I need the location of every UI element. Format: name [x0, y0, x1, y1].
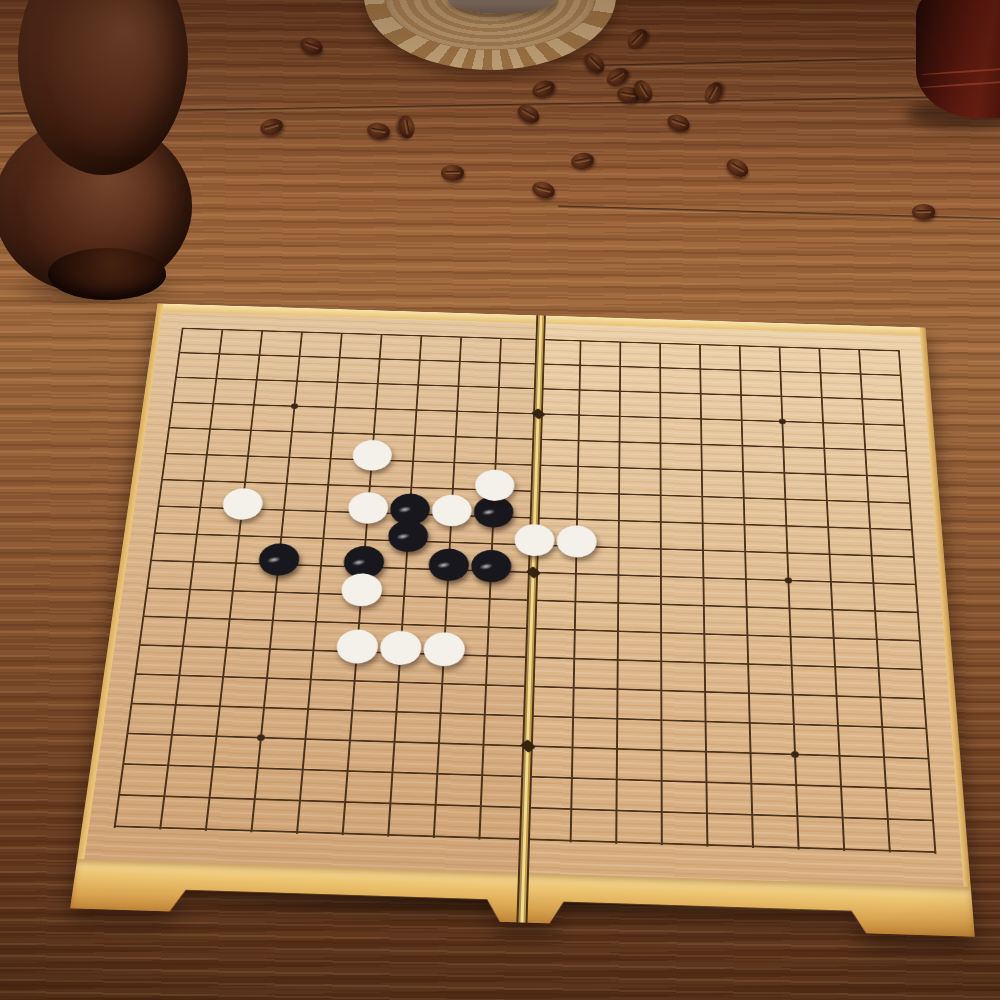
white-stone-glyph: ●: [345, 490, 392, 518]
coffee-bean: [570, 151, 595, 171]
bean-crease: [445, 171, 460, 174]
white-stone[interactable]: ●: [339, 572, 384, 601]
white-stone[interactable]: ●: [422, 631, 467, 661]
white-stone-glyph: ●: [428, 493, 475, 521]
coffee-bean: [258, 116, 284, 137]
star-point: [291, 403, 299, 409]
coffee-bean: [624, 25, 652, 53]
table-scene: ●●●●●●●●●●●●●●●●●●: [0, 0, 1000, 1000]
coffee-bean: [530, 78, 557, 101]
coffee-bean: [701, 79, 726, 107]
coffee-bean: [298, 35, 325, 58]
star-point: [791, 751, 799, 758]
bean-crease: [536, 85, 551, 93]
go-board: ●●●●●●●●●●●●●●●●●●: [84, 311, 964, 886]
coffee-bean: [665, 112, 692, 135]
white-stone-glyph: ●: [338, 572, 386, 601]
bean-crease: [522, 109, 536, 119]
black-stone-glyph: ●: [255, 541, 304, 570]
white-stone[interactable]: ●: [513, 522, 556, 550]
bean-crease: [575, 158, 590, 164]
board-surface: ●●●●●●●●●●●●●●●●●●: [84, 311, 964, 886]
coffee-bean: [366, 121, 391, 141]
bean-crease: [639, 84, 649, 98]
white-stone-glyph: ●: [219, 487, 267, 515]
white-stone-glyph: ●: [376, 629, 425, 659]
bean-crease: [588, 56, 601, 69]
white-stone-glyph: ●: [472, 468, 518, 496]
black-stone[interactable]: ●: [257, 542, 302, 571]
white-stone-glyph: ●: [554, 524, 600, 553]
black-stone-glyph: ●: [425, 547, 472, 576]
coffee-bean: [515, 101, 543, 126]
white-stone[interactable]: ●: [378, 629, 423, 659]
star-point: [785, 577, 793, 583]
bean-crease: [621, 92, 636, 98]
coffee-bean: [530, 179, 556, 200]
coffee-bean: [581, 49, 609, 77]
bean-crease: [708, 86, 718, 100]
star-point: [779, 418, 786, 424]
black-stone[interactable]: ●: [469, 548, 513, 577]
bean-crease: [916, 210, 931, 213]
bean-crease: [304, 42, 319, 50]
black-stone[interactable]: ●: [386, 518, 430, 546]
bean-crease: [371, 128, 386, 134]
bean-crease: [610, 72, 624, 82]
white-stone[interactable]: ●: [346, 491, 390, 519]
star-point: [257, 734, 265, 741]
white-stone-glyph: ●: [511, 522, 557, 551]
coffee-bean: [441, 165, 464, 181]
bean-crease: [731, 163, 745, 173]
coffee-bean: [912, 204, 935, 220]
bean-crease: [536, 186, 551, 193]
black-stone[interactable]: ●: [427, 547, 471, 576]
black-stone-glyph: ●: [385, 518, 432, 546]
white-stone-glyph: ●: [349, 438, 396, 465]
bean-crease: [671, 119, 686, 127]
white-stone[interactable]: ●: [221, 487, 266, 515]
white-stone[interactable]: ●: [555, 524, 598, 552]
white-stone[interactable]: ●: [335, 628, 381, 658]
coffee-bean: [724, 155, 752, 180]
bean-crease: [264, 123, 279, 130]
white-stone-glyph: ●: [420, 630, 468, 660]
bean-crease: [404, 119, 410, 134]
go-grid: ●●●●●●●●●●●●●●●●●●: [90, 316, 960, 869]
white-stone[interactable]: ●: [430, 493, 473, 521]
coffee-bean: [397, 114, 417, 139]
white-stone[interactable]: ●: [351, 438, 394, 465]
black-stone-glyph: ●: [468, 548, 515, 577]
white-stone[interactable]: ●: [473, 468, 516, 496]
bean-crease: [631, 32, 644, 45]
white-stone-glyph: ●: [333, 628, 382, 658]
